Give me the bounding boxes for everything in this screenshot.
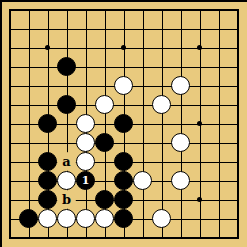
stone-black <box>114 190 133 209</box>
stone-black <box>19 209 38 228</box>
stone-black <box>57 95 76 114</box>
stone-black <box>38 190 57 209</box>
stone-white <box>76 209 95 228</box>
star-point <box>121 45 126 50</box>
stone-black <box>38 114 57 133</box>
stone-white <box>171 171 190 190</box>
point-letter-label: b <box>57 190 76 209</box>
stone-black <box>38 171 57 190</box>
stone-black <box>114 209 133 228</box>
stone-white <box>171 133 190 152</box>
image-border-top <box>0 0 247 2</box>
stone-black <box>114 152 133 171</box>
stone-white <box>133 171 152 190</box>
stone-black <box>95 133 114 152</box>
stone-white <box>76 133 95 152</box>
stone-white <box>152 95 171 114</box>
stone-white <box>152 209 171 228</box>
stone-white <box>57 209 76 228</box>
star-point <box>197 45 202 50</box>
stone-white <box>95 209 114 228</box>
stone-white <box>171 76 190 95</box>
stone-black <box>38 152 57 171</box>
go-board: 1ab <box>0 0 247 247</box>
stone-number-label: 1 <box>82 175 90 186</box>
stone-white <box>76 114 95 133</box>
point-letter-label: a <box>57 152 76 171</box>
star-point <box>197 197 202 202</box>
star-point <box>45 45 50 50</box>
stone-black <box>114 114 133 133</box>
star-point <box>197 121 202 126</box>
stone-white <box>57 171 76 190</box>
stone-white <box>114 76 133 95</box>
stone-white <box>95 95 114 114</box>
image-border-left <box>0 0 2 247</box>
stone-white <box>38 209 57 228</box>
stone-black <box>57 57 76 76</box>
stone-black <box>95 190 114 209</box>
stone-white <box>76 152 95 171</box>
stone-black: 1 <box>76 171 95 190</box>
stone-black <box>114 171 133 190</box>
